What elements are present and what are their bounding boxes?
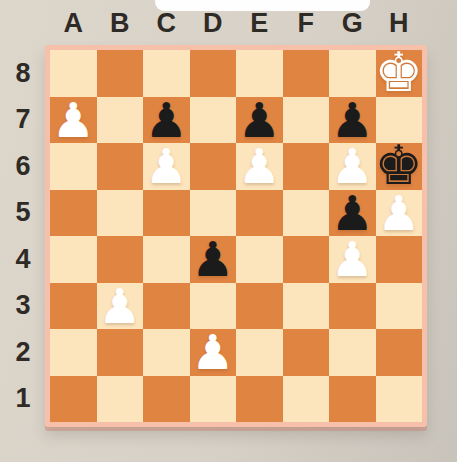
white-pawn[interactable]: ♟ <box>238 142 281 190</box>
square-d8[interactable] <box>190 50 237 97</box>
rank-label-4: 4 <box>4 244 42 275</box>
square-e8[interactable] <box>236 50 283 97</box>
square-h3[interactable] <box>376 283 423 330</box>
square-a3[interactable] <box>50 283 97 330</box>
file-label-f: F <box>283 8 330 39</box>
black-pawn[interactable]: ♟ <box>145 96 188 144</box>
square-g7[interactable]: ♟ <box>329 97 376 144</box>
square-g3[interactable] <box>329 283 376 330</box>
square-h5[interactable]: ♟ <box>376 190 423 237</box>
white-pawn[interactable]: ♟ <box>52 96 95 144</box>
square-f6[interactable] <box>283 143 330 190</box>
square-f7[interactable] <box>283 97 330 144</box>
square-d3[interactable] <box>190 283 237 330</box>
white-king[interactable]: ♚ <box>375 46 423 100</box>
file-label-c: C <box>143 8 190 39</box>
black-pawn[interactable]: ♟ <box>238 96 281 144</box>
white-pawn[interactable]: ♟ <box>191 328 234 376</box>
square-a5[interactable] <box>50 190 97 237</box>
white-pawn[interactable]: ♟ <box>331 235 374 283</box>
rank-labels: 87654321 <box>4 50 42 422</box>
square-c1[interactable] <box>143 376 190 423</box>
square-a1[interactable] <box>50 376 97 423</box>
square-f4[interactable] <box>283 236 330 283</box>
square-a4[interactable] <box>50 236 97 283</box>
square-e5[interactable] <box>236 190 283 237</box>
square-f3[interactable] <box>283 283 330 330</box>
white-pawn[interactable]: ♟ <box>145 142 188 190</box>
square-e6[interactable]: ♟ <box>236 143 283 190</box>
square-c6[interactable]: ♟ <box>143 143 190 190</box>
square-h2[interactable] <box>376 329 423 376</box>
square-c7[interactable]: ♟ <box>143 97 190 144</box>
square-h4[interactable] <box>376 236 423 283</box>
square-c5[interactable] <box>143 190 190 237</box>
black-pawn[interactable]: ♟ <box>331 189 374 237</box>
square-g5[interactable]: ♟ <box>329 190 376 237</box>
chess-board: ♚♟♟♟♟♟♟♟♚♟♟♟♟♟♟ <box>50 50 422 422</box>
board-frame: ♚♟♟♟♟♟♟♟♚♟♟♟♟♟♟ <box>45 45 427 427</box>
square-c8[interactable] <box>143 50 190 97</box>
square-b5[interactable] <box>97 190 144 237</box>
square-f8[interactable] <box>283 50 330 97</box>
square-c2[interactable] <box>143 329 190 376</box>
square-g2[interactable] <box>329 329 376 376</box>
file-label-g: G <box>329 8 376 39</box>
square-g1[interactable] <box>329 376 376 423</box>
square-a7[interactable]: ♟ <box>50 97 97 144</box>
square-h8[interactable]: ♚ <box>376 50 423 97</box>
square-g6[interactable]: ♟ <box>329 143 376 190</box>
square-d2[interactable]: ♟ <box>190 329 237 376</box>
rank-label-1: 1 <box>4 383 42 414</box>
white-pawn[interactable]: ♟ <box>331 142 374 190</box>
square-a6[interactable] <box>50 143 97 190</box>
square-g8[interactable] <box>329 50 376 97</box>
rank-label-8: 8 <box>4 58 42 89</box>
file-label-e: E <box>236 8 283 39</box>
square-b4[interactable] <box>97 236 144 283</box>
square-d6[interactable] <box>190 143 237 190</box>
square-d1[interactable] <box>190 376 237 423</box>
square-c4[interactable] <box>143 236 190 283</box>
square-d5[interactable] <box>190 190 237 237</box>
square-e7[interactable]: ♟ <box>236 97 283 144</box>
square-b7[interactable] <box>97 97 144 144</box>
square-f5[interactable] <box>283 190 330 237</box>
rank-label-5: 5 <box>4 197 42 228</box>
square-e2[interactable] <box>236 329 283 376</box>
square-b8[interactable] <box>97 50 144 97</box>
file-label-a: A <box>50 8 97 39</box>
file-label-h: H <box>376 8 423 39</box>
square-e4[interactable] <box>236 236 283 283</box>
square-e1[interactable] <box>236 376 283 423</box>
file-label-d: D <box>190 8 237 39</box>
white-pawn[interactable]: ♟ <box>377 189 420 237</box>
square-c3[interactable] <box>143 283 190 330</box>
file-labels: ABCDEFGH <box>50 6 422 40</box>
file-label-b: B <box>97 8 144 39</box>
rank-label-2: 2 <box>4 337 42 368</box>
square-d7[interactable] <box>190 97 237 144</box>
rank-label-6: 6 <box>4 151 42 182</box>
square-b3[interactable]: ♟ <box>97 283 144 330</box>
square-g4[interactable]: ♟ <box>329 236 376 283</box>
square-h1[interactable] <box>376 376 423 423</box>
square-e3[interactable] <box>236 283 283 330</box>
square-b2[interactable] <box>97 329 144 376</box>
square-f2[interactable] <box>283 329 330 376</box>
square-h6[interactable]: ♚ <box>376 143 423 190</box>
rank-label-7: 7 <box>4 104 42 135</box>
black-pawn[interactable]: ♟ <box>331 96 374 144</box>
square-b6[interactable] <box>97 143 144 190</box>
white-pawn[interactable]: ♟ <box>98 282 141 330</box>
black-pawn[interactable]: ♟ <box>191 235 234 283</box>
square-a8[interactable] <box>50 50 97 97</box>
square-b1[interactable] <box>97 376 144 423</box>
chess-scene: ABCDEFGH 87654321 ♚♟♟♟♟♟♟♟♚♟♟♟♟♟♟ <box>0 0 457 462</box>
square-a2[interactable] <box>50 329 97 376</box>
square-d4[interactable]: ♟ <box>190 236 237 283</box>
square-f1[interactable] <box>283 376 330 423</box>
rank-label-3: 3 <box>4 290 42 321</box>
